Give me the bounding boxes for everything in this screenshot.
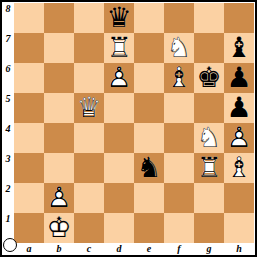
piece-black-bishop: ♝ — [224, 33, 254, 63]
piece-white-bishop-fill: ♝ — [224, 153, 254, 183]
rank-label-7: 7 — [2, 33, 14, 63]
square-d6[interactable]: ♟♙ — [104, 63, 134, 93]
square-g8[interactable] — [194, 3, 224, 33]
square-a3[interactable] — [14, 153, 44, 183]
square-a4[interactable] — [14, 123, 44, 153]
square-h2[interactable] — [224, 183, 254, 213]
piece-white-pawn: ♙ — [44, 183, 74, 213]
file-label-f: f — [164, 243, 194, 255]
square-c8[interactable] — [74, 3, 104, 33]
square-g2[interactable] — [194, 183, 224, 213]
piece-white-rook-fill: ♜ — [194, 153, 224, 183]
square-e7[interactable] — [134, 33, 164, 63]
square-b3[interactable] — [44, 153, 74, 183]
square-g1[interactable] — [194, 213, 224, 243]
piece-white-queen: ♕ — [74, 93, 104, 123]
rank-label-2: 2 — [2, 183, 14, 213]
square-e8[interactable] — [134, 3, 164, 33]
piece-white-knight-fill: ♞ — [164, 33, 194, 63]
file-label-a: a — [14, 243, 44, 255]
square-g7[interactable] — [194, 33, 224, 63]
file-label-e: e — [134, 243, 164, 255]
piece-black-queen: ♛ — [104, 3, 134, 33]
square-d3[interactable] — [104, 153, 134, 183]
square-c5[interactable]: ♛♕ — [74, 93, 104, 123]
piece-white-bishop: ♗ — [164, 63, 194, 93]
piece-white-rook-fill: ♜ — [104, 33, 134, 63]
square-e4[interactable] — [134, 123, 164, 153]
piece-black-knight: ♞ — [134, 153, 164, 183]
rank-label-6: 6 — [2, 63, 14, 93]
square-g3[interactable]: ♜♖ — [194, 153, 224, 183]
square-g6[interactable]: ♚ — [194, 63, 224, 93]
square-e6[interactable] — [134, 63, 164, 93]
square-e1[interactable] — [134, 213, 164, 243]
square-c4[interactable] — [74, 123, 104, 153]
square-c6[interactable] — [74, 63, 104, 93]
square-h5[interactable]: ♟ — [224, 93, 254, 123]
piece-white-pawn-fill: ♟ — [104, 63, 134, 93]
square-h4[interactable]: ♟♙ — [224, 123, 254, 153]
square-c3[interactable] — [74, 153, 104, 183]
square-c7[interactable] — [74, 33, 104, 63]
square-h3[interactable]: ♝♗ — [224, 153, 254, 183]
rank-label-4: 4 — [2, 123, 14, 153]
chess-diagram: ♛♜♖♞♘♝♟♙♝♗♚♟♛♕♟♞♘♟♙♞♜♖♝♗♟♙♚♔ 87654321 ab… — [0, 0, 257, 257]
square-c2[interactable] — [74, 183, 104, 213]
square-a5[interactable] — [14, 93, 44, 123]
rank-label-5: 5 — [2, 93, 14, 123]
square-d8[interactable]: ♛ — [104, 3, 134, 33]
square-d2[interactable] — [104, 183, 134, 213]
square-f4[interactable] — [164, 123, 194, 153]
piece-white-knight: ♘ — [164, 33, 194, 63]
square-a7[interactable] — [14, 33, 44, 63]
square-f2[interactable] — [164, 183, 194, 213]
square-b4[interactable] — [44, 123, 74, 153]
chess-board: ♛♜♖♞♘♝♟♙♝♗♚♟♛♕♟♞♘♟♙♞♜♖♝♗♟♙♚♔ — [14, 3, 254, 243]
square-e5[interactable] — [134, 93, 164, 123]
square-f7[interactable]: ♞♘ — [164, 33, 194, 63]
piece-white-pawn: ♙ — [104, 63, 134, 93]
piece-white-king: ♔ — [44, 213, 74, 243]
square-h6[interactable]: ♟ — [224, 63, 254, 93]
square-f3[interactable] — [164, 153, 194, 183]
square-a8[interactable] — [14, 3, 44, 33]
square-b5[interactable] — [44, 93, 74, 123]
square-h8[interactable] — [224, 3, 254, 33]
square-e3[interactable]: ♞ — [134, 153, 164, 183]
piece-white-pawn: ♙ — [224, 123, 254, 153]
file-label-d: d — [104, 243, 134, 255]
piece-black-pawn: ♟ — [224, 63, 254, 93]
piece-black-pawn: ♟ — [224, 93, 254, 123]
piece-white-pawn-fill: ♟ — [224, 123, 254, 153]
piece-white-knight: ♘ — [194, 123, 224, 153]
file-label-g: g — [194, 243, 224, 255]
square-d7[interactable]: ♜♖ — [104, 33, 134, 63]
piece-white-knight-fill: ♞ — [194, 123, 224, 153]
square-h1[interactable] — [224, 213, 254, 243]
piece-white-bishop-fill: ♝ — [164, 63, 194, 93]
piece-black-king: ♚ — [194, 63, 224, 93]
square-d5[interactable] — [104, 93, 134, 123]
square-g5[interactable] — [194, 93, 224, 123]
file-label-c: c — [74, 243, 104, 255]
square-a1[interactable] — [14, 213, 44, 243]
square-f5[interactable] — [164, 93, 194, 123]
white-to-move-indicator — [3, 238, 17, 252]
square-d1[interactable] — [104, 213, 134, 243]
square-d4[interactable] — [104, 123, 134, 153]
square-e2[interactable] — [134, 183, 164, 213]
piece-white-bishop: ♗ — [224, 153, 254, 183]
square-g4[interactable]: ♞♘ — [194, 123, 224, 153]
rank-label-8: 8 — [2, 3, 14, 33]
piece-white-rook: ♖ — [104, 33, 134, 63]
square-b8[interactable] — [44, 3, 74, 33]
piece-white-rook: ♖ — [194, 153, 224, 183]
piece-white-pawn-fill: ♟ — [44, 183, 74, 213]
square-c1[interactable] — [74, 213, 104, 243]
square-f6[interactable]: ♝♗ — [164, 63, 194, 93]
piece-white-king-fill: ♚ — [44, 213, 74, 243]
square-a6[interactable] — [14, 63, 44, 93]
square-f8[interactable] — [164, 3, 194, 33]
square-b6[interactable] — [44, 63, 74, 93]
file-label-h: h — [224, 243, 254, 255]
square-b7[interactable] — [44, 33, 74, 63]
square-f1[interactable] — [164, 213, 194, 243]
piece-white-queen-fill: ♛ — [74, 93, 104, 123]
square-h7[interactable]: ♝ — [224, 33, 254, 63]
square-a2[interactable] — [14, 183, 44, 213]
file-label-b: b — [44, 243, 74, 255]
rank-label-3: 3 — [2, 153, 14, 183]
square-b1[interactable]: ♚♔ — [44, 213, 74, 243]
square-b2[interactable]: ♟♙ — [44, 183, 74, 213]
